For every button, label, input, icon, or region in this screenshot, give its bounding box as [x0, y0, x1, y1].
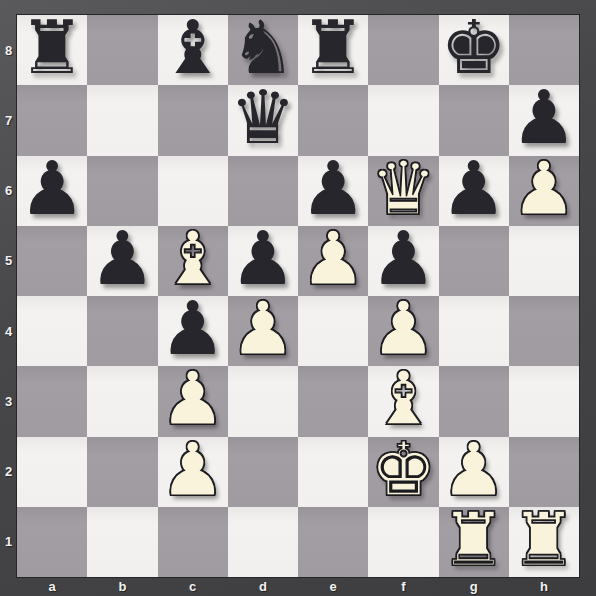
- white-pawn[interactable]: ♟︎: [511, 153, 577, 223]
- square-b4[interactable]: [87, 296, 157, 366]
- white-rook[interactable]: ♜︎: [511, 504, 577, 574]
- square-a3[interactable]: [17, 366, 87, 436]
- black-bishop[interactable]: ♝︎: [159, 12, 225, 82]
- square-c7[interactable]: [158, 85, 228, 155]
- white-pawn[interactable]: ♟︎: [230, 293, 296, 363]
- square-h4[interactable]: [509, 296, 579, 366]
- square-c2[interactable]: ♟︎: [158, 437, 228, 507]
- square-f8[interactable]: [368, 15, 438, 85]
- rank-label-5: 5: [0, 226, 17, 296]
- square-e3[interactable]: [298, 366, 368, 436]
- file-label-e: e: [298, 577, 368, 596]
- square-f1[interactable]: [368, 507, 438, 577]
- square-b1[interactable]: [87, 507, 157, 577]
- square-a2[interactable]: [17, 437, 87, 507]
- rank-label-3: 3: [0, 366, 17, 436]
- black-pawn[interactable]: ♟︎: [19, 153, 85, 223]
- rank-label-4: 4: [0, 296, 17, 366]
- black-pawn[interactable]: ♟︎: [159, 293, 225, 363]
- square-h1[interactable]: ♜︎: [509, 507, 579, 577]
- black-knight[interactable]: ♞︎: [230, 12, 296, 82]
- white-pawn[interactable]: ♟︎: [159, 363, 225, 433]
- square-d3[interactable]: [228, 366, 298, 436]
- square-b7[interactable]: [87, 85, 157, 155]
- square-b8[interactable]: [87, 15, 157, 85]
- square-c8[interactable]: ♝︎: [158, 15, 228, 85]
- square-a4[interactable]: [17, 296, 87, 366]
- file-labels: abcdefgh: [17, 577, 579, 596]
- rank-label-1: 1: [0, 507, 17, 577]
- square-g1[interactable]: ♜︎: [439, 507, 509, 577]
- chess-board: ♜︎♝︎♞︎♜︎♚︎♛︎♟︎♟︎♟︎♛︎♟︎♟︎♟︎♝︎♟︎♟︎♟︎♟︎♟︎♟︎…: [17, 15, 579, 577]
- square-e4[interactable]: [298, 296, 368, 366]
- square-b3[interactable]: [87, 366, 157, 436]
- board-frame: ♜︎♝︎♞︎♜︎♚︎♛︎♟︎♟︎♟︎♛︎♟︎♟︎♟︎♝︎♟︎♟︎♟︎♟︎♟︎♟︎…: [0, 0, 596, 596]
- square-e1[interactable]: [298, 507, 368, 577]
- white-king[interactable]: ♚︎: [370, 434, 436, 504]
- square-c1[interactable]: [158, 507, 228, 577]
- file-label-b: b: [87, 577, 157, 596]
- black-queen[interactable]: ♛︎: [230, 82, 296, 152]
- square-d4[interactable]: ♟︎: [228, 296, 298, 366]
- file-label-h: h: [509, 577, 579, 596]
- white-bishop[interactable]: ♝︎: [370, 363, 436, 433]
- rank-labels: 87654321: [0, 15, 17, 577]
- square-g8[interactable]: ♚︎: [439, 15, 509, 85]
- square-d7[interactable]: ♛︎: [228, 85, 298, 155]
- rank-label-8: 8: [0, 15, 17, 85]
- square-a1[interactable]: [17, 507, 87, 577]
- square-d1[interactable]: [228, 507, 298, 577]
- black-pawn[interactable]: ♟︎: [300, 153, 366, 223]
- white-pawn[interactable]: ♟︎: [370, 293, 436, 363]
- square-a5[interactable]: [17, 226, 87, 296]
- rank-label-7: 7: [0, 85, 17, 155]
- square-e8[interactable]: ♜︎: [298, 15, 368, 85]
- white-pawn[interactable]: ♟︎: [159, 434, 225, 504]
- black-pawn[interactable]: ♟︎: [230, 223, 296, 293]
- white-bishop[interactable]: ♝︎: [159, 223, 225, 293]
- square-g6[interactable]: ♟︎: [439, 156, 509, 226]
- square-h6[interactable]: ♟︎: [509, 156, 579, 226]
- black-rook[interactable]: ♜︎: [300, 12, 366, 82]
- square-h5[interactable]: [509, 226, 579, 296]
- file-label-g: g: [439, 577, 509, 596]
- square-a6[interactable]: ♟︎: [17, 156, 87, 226]
- square-b2[interactable]: [87, 437, 157, 507]
- file-label-a: a: [17, 577, 87, 596]
- black-king[interactable]: ♚︎: [440, 12, 506, 82]
- file-label-f: f: [368, 577, 438, 596]
- square-e2[interactable]: [298, 437, 368, 507]
- rank-label-2: 2: [0, 437, 17, 507]
- square-g4[interactable]: [439, 296, 509, 366]
- black-rook[interactable]: ♜︎: [19, 12, 85, 82]
- square-f2[interactable]: ♚︎: [368, 437, 438, 507]
- square-h3[interactable]: [509, 366, 579, 436]
- white-queen[interactable]: ♛︎: [370, 153, 436, 223]
- file-label-d: d: [228, 577, 298, 596]
- rank-label-6: 6: [0, 156, 17, 226]
- square-b5[interactable]: ♟︎: [87, 226, 157, 296]
- black-pawn[interactable]: ♟︎: [370, 223, 436, 293]
- square-d2[interactable]: [228, 437, 298, 507]
- white-pawn[interactable]: ♟︎: [440, 434, 506, 504]
- file-label-c: c: [158, 577, 228, 596]
- white-pawn[interactable]: ♟︎: [300, 223, 366, 293]
- black-pawn[interactable]: ♟︎: [440, 153, 506, 223]
- black-pawn[interactable]: ♟︎: [511, 82, 577, 152]
- square-a8[interactable]: ♜︎: [17, 15, 87, 85]
- white-rook[interactable]: ♜︎: [440, 504, 506, 574]
- black-pawn[interactable]: ♟︎: [89, 223, 155, 293]
- square-e5[interactable]: ♟︎: [298, 226, 368, 296]
- square-g5[interactable]: [439, 226, 509, 296]
